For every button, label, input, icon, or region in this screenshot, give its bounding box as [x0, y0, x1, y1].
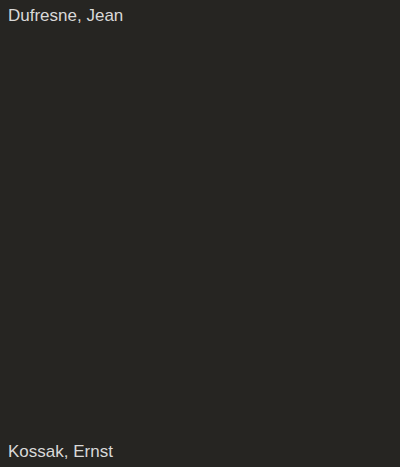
- player-name-black: Dufresne, Jean: [8, 7, 123, 24]
- bottom-player-bar: Kossak, Ernst: [0, 435, 400, 467]
- player-name-white: Kossak, Ernst: [8, 443, 113, 460]
- chess-board[interactable]: [0, 30, 400, 435]
- top-player-bar: Dufresne, Jean: [0, 0, 400, 30]
